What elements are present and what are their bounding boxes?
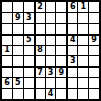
cell-r9c1[interactable]: [2, 89, 12, 99]
cell-r3c9[interactable]: [89, 24, 99, 34]
cell-r2c5[interactable]: [46, 13, 56, 23]
cell-r3c4[interactable]: [35, 24, 45, 34]
cell-r8c7[interactable]: [67, 78, 77, 88]
cell-r9c3[interactable]: [24, 89, 34, 99]
cell-r1c9[interactable]: [89, 2, 99, 12]
cell-r5c9[interactable]: [89, 46, 99, 56]
cell-r2c6[interactable]: [56, 13, 66, 23]
sudoku-board: 26193549183739654: [0, 0, 101, 101]
cell-r5c4-given-digit[interactable]: 8: [35, 46, 45, 56]
cell-r6c5[interactable]: [46, 56, 56, 66]
cell-r7c1[interactable]: [2, 67, 12, 77]
cell-r1c2[interactable]: [13, 2, 23, 12]
cell-r9c9[interactable]: [89, 89, 99, 99]
cell-r7c3[interactable]: [24, 67, 34, 77]
cell-r3c2[interactable]: [13, 24, 23, 34]
cell-r2c9[interactable]: [89, 13, 99, 23]
cell-r9c2[interactable]: [13, 89, 23, 99]
cell-r5c5[interactable]: [46, 46, 56, 56]
cell-r7c2[interactable]: [13, 67, 23, 77]
cell-r1c6[interactable]: [56, 2, 66, 12]
cell-r1c1[interactable]: [2, 2, 12, 12]
cell-r8c2-given-digit[interactable]: 5: [13, 78, 23, 88]
cell-r8c4[interactable]: [35, 78, 45, 88]
cell-r3c1[interactable]: [2, 24, 12, 34]
cell-r2c8[interactable]: [78, 13, 88, 23]
cell-r1c4-given-digit[interactable]: 2: [35, 2, 45, 12]
cell-r5c7[interactable]: [67, 46, 77, 56]
cell-r7c7[interactable]: [67, 67, 77, 77]
cell-r9c8[interactable]: [78, 89, 88, 99]
cell-r3c5[interactable]: [46, 24, 56, 34]
cell-r8c6[interactable]: [56, 78, 66, 88]
cell-r5c8[interactable]: [78, 46, 88, 56]
cell-r6c4[interactable]: [35, 56, 45, 66]
cell-r3c7[interactable]: [67, 24, 77, 34]
cell-r9c6[interactable]: [56, 89, 66, 99]
cell-r4c6[interactable]: [56, 35, 66, 45]
cell-r4c2[interactable]: [13, 35, 23, 45]
cell-r8c5[interactable]: [46, 78, 56, 88]
cell-r9c5-given-digit[interactable]: 4: [46, 89, 56, 99]
cell-r6c8[interactable]: [78, 56, 88, 66]
cell-r4c5[interactable]: [46, 35, 56, 45]
cell-r1c8-given-digit[interactable]: 1: [78, 2, 88, 12]
cell-r7c8[interactable]: [78, 67, 88, 77]
cell-r6c3[interactable]: [24, 56, 34, 66]
cell-r5c1-given-digit[interactable]: 1: [2, 46, 12, 56]
cell-r8c9[interactable]: [89, 78, 99, 88]
cell-r4c4[interactable]: [35, 35, 45, 45]
cell-r9c7[interactable]: [67, 89, 77, 99]
cell-r5c2[interactable]: [13, 46, 23, 56]
cell-r5c6[interactable]: [56, 46, 66, 56]
cell-r4c9-given-digit[interactable]: 9: [89, 35, 99, 45]
cell-r3c3[interactable]: [24, 24, 34, 34]
cell-r7c5-given-digit[interactable]: 3: [46, 67, 56, 77]
cell-r2c7[interactable]: [67, 13, 77, 23]
cell-r4c7-given-digit[interactable]: 4: [67, 35, 77, 45]
cell-r8c1-given-digit[interactable]: 6: [2, 78, 12, 88]
cell-r9c4[interactable]: [35, 89, 45, 99]
cell-r1c3[interactable]: [24, 2, 34, 12]
cell-r4c8[interactable]: [78, 35, 88, 45]
cell-r8c8[interactable]: [78, 78, 88, 88]
cell-r7c4-given-digit[interactable]: 7: [35, 67, 45, 77]
cell-r8c3[interactable]: [24, 78, 34, 88]
cell-r4c1[interactable]: [2, 35, 12, 45]
cell-r2c4[interactable]: [35, 13, 45, 23]
cell-r3c6[interactable]: [56, 24, 66, 34]
cell-r6c2[interactable]: [13, 56, 23, 66]
cell-r3c8[interactable]: [78, 24, 88, 34]
cell-r6c1[interactable]: [2, 56, 12, 66]
cell-r2c1[interactable]: [2, 13, 12, 23]
cell-r6c9[interactable]: [89, 56, 99, 66]
cell-r6c6[interactable]: [56, 56, 66, 66]
cell-r1c5[interactable]: [46, 2, 56, 12]
cell-r6c7-given-digit[interactable]: 3: [67, 56, 77, 66]
cell-r7c9[interactable]: [89, 67, 99, 77]
cell-r2c2-given-digit[interactable]: 9: [13, 13, 23, 23]
cell-r2c3-given-digit[interactable]: 3: [24, 13, 34, 23]
cell-r7c6-given-digit[interactable]: 9: [56, 67, 66, 77]
cell-r1c7-given-digit[interactable]: 6: [67, 2, 77, 12]
cell-r5c3[interactable]: [24, 46, 34, 56]
cell-r4c3-given-digit[interactable]: 5: [24, 35, 34, 45]
